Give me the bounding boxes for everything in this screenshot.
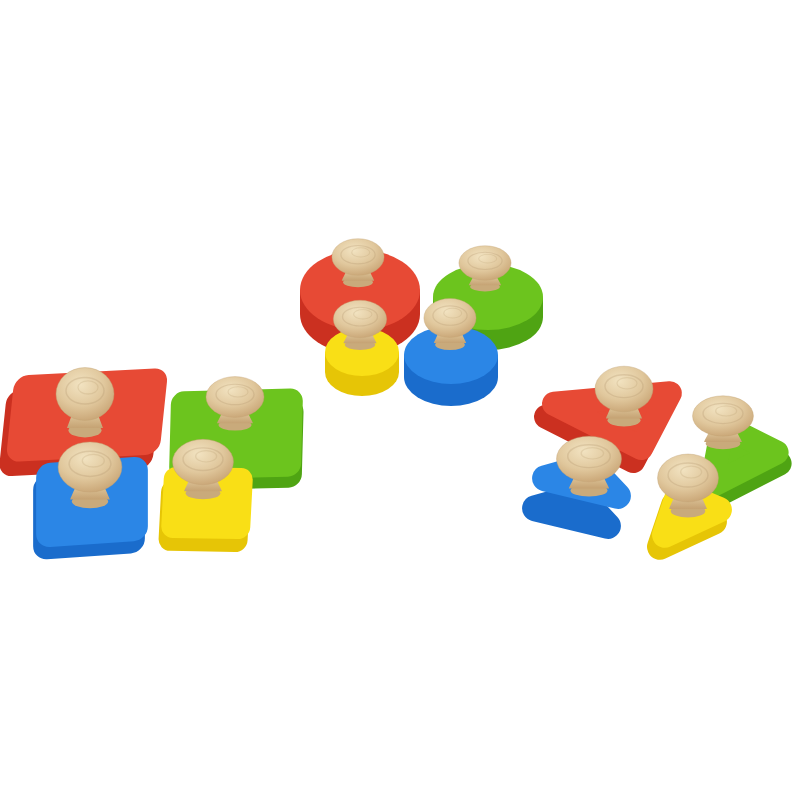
- toy-product-photo: [0, 0, 800, 800]
- circles-group: [300, 239, 543, 406]
- blue-triangle-piece: [535, 436, 621, 526]
- yellow-triangle-piece: [658, 454, 719, 547]
- toy-scene-svg: [0, 0, 800, 800]
- triangles-group: [535, 366, 780, 547]
- squares-group: [0, 368, 304, 561]
